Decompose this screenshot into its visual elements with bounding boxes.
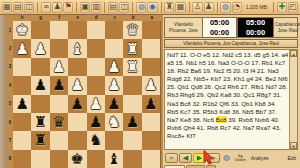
square-d5[interactable]: ♟: [87, 95, 105, 113]
world-icon[interactable]: ◍: [220, 2, 230, 13]
toolbar-separator: [76, 2, 77, 13]
square-g3[interactable]: [31, 58, 49, 76]
black-pawn-icon: ♟: [71, 95, 84, 113]
square-f2[interactable]: [50, 39, 68, 57]
toolbar-separator: [273, 2, 274, 13]
square-f8[interactable]: [50, 150, 68, 168]
window-edge-strip: [0, 15, 7, 168]
game-title: Vilardebo Picuena, Jos-Capablanca, Jose …: [183, 41, 279, 46]
pawn-icon[interactable]: ♟: [52, 2, 62, 13]
square-h4[interactable]: [13, 76, 31, 94]
square-a7[interactable]: [142, 131, 160, 149]
tab-best[interactable]: Best: [186, 165, 205, 168]
window-layout-icon[interactable]: ◰: [288, 2, 298, 13]
black-clock-main: 05:00: [238, 18, 273, 28]
toolbar-separator: [189, 2, 190, 13]
white-pawn-icon: ♟: [107, 58, 120, 76]
nav-globe-icon[interactable]: ◍: [221, 153, 232, 163]
square-f1[interactable]: [50, 21, 68, 39]
current-move[interactable]: Bc8: [216, 116, 227, 123]
black-pawn-icon: ♟: [126, 113, 139, 131]
square-h5[interactable]: ♟: [13, 95, 31, 113]
black-pawn-icon: ♟: [34, 76, 47, 94]
square-b3[interactable]: ♜: [123, 58, 141, 76]
nav-last-button[interactable]: »: [207, 153, 220, 163]
square-b6[interactable]: ♟: [123, 113, 141, 131]
white-player-name: Vilardebo Picuena, Jose: [165, 18, 202, 37]
square-c6[interactable]: ♞: [105, 113, 123, 131]
square-c7[interactable]: [105, 131, 123, 149]
white-clock: 05:00 00:00: [202, 18, 237, 37]
black-pawn-icon: ♟: [107, 95, 120, 113]
square-f4[interactable]: ♟: [50, 76, 68, 94]
square-b4[interactable]: [123, 76, 141, 94]
square-g5[interactable]: [31, 95, 49, 113]
square-b2[interactable]: ♜: [123, 39, 141, 57]
square-h6[interactable]: [13, 113, 31, 131]
edit-button[interactable]: Edit: [287, 155, 296, 161]
compass-icon[interactable]: ◔: [232, 2, 242, 13]
black-clock-secondary: 00:00: [238, 28, 273, 38]
bottom-tabs: WorldBest: [164, 165, 298, 168]
square-a6[interactable]: [142, 113, 160, 131]
square-a1[interactable]: [142, 21, 160, 39]
square-h7[interactable]: [13, 131, 31, 149]
square-e3[interactable]: [68, 58, 86, 76]
black-pawn-icon: ♟: [144, 95, 157, 113]
toolbar-separator: [132, 2, 133, 13]
square-f7[interactable]: [50, 131, 68, 149]
white-queen-icon: ♛: [126, 21, 139, 39]
white-bishop-icon: ♝: [71, 40, 84, 58]
white-pawn-icon: ♟: [107, 76, 120, 94]
move-text[interactable]: Nd7 11. O-O e5 12. Nd2 c5 13. d5 g5 14. …: [167, 51, 289, 148]
clock-panel: Vilardebo Picuena, Jose 05:00 00:00 05:0…: [164, 17, 298, 38]
square-f6[interactable]: ♛: [50, 113, 68, 131]
globe-icon[interactable]: ◍: [136, 2, 146, 13]
square-h3[interactable]: [13, 58, 31, 76]
square-d8[interactable]: [87, 150, 105, 168]
square-d4[interactable]: [87, 76, 105, 94]
white-knight-icon: ♞: [107, 113, 120, 131]
square-b7[interactable]: [123, 131, 141, 149]
black-player-name: Capablanca, Jose Raul: [274, 18, 300, 37]
square-e7[interactable]: [68, 131, 86, 149]
square-c4[interactable]: ♟: [105, 76, 123, 94]
square-d3[interactable]: [87, 58, 105, 76]
nav-next-button[interactable]: ▶: [193, 153, 206, 163]
nav-first-button[interactable]: «: [165, 153, 178, 163]
black-pawn-icon: ♟: [89, 113, 102, 131]
board-setup-icon[interactable]: ▦: [175, 2, 185, 13]
square-e6[interactable]: [68, 113, 86, 131]
navigation-bar: «◀▶»◍⇆DownAnalyzeEdit: [164, 151, 298, 164]
square-e8[interactable]: ♚: [68, 150, 86, 168]
black-pawn-icon: ♟: [52, 76, 65, 94]
moves-before[interactable]: Nd7 11. O-O e5 12. Nd2 c5 13. d5 g5 14. …: [167, 51, 288, 123]
square-c5[interactable]: ♟: [105, 95, 123, 113]
game-panel: Vilardebo Picuena, Jose 05:00 00:00 05:0…: [163, 15, 300, 168]
players-icon[interactable]: ♟: [204, 2, 214, 13]
square-g4[interactable]: ♟: [31, 76, 49, 94]
square-b8[interactable]: [123, 150, 141, 168]
square-g2[interactable]: ♟: [31, 39, 49, 57]
square-d7[interactable]: ♞: [87, 131, 105, 149]
notebook-icon[interactable]: ▤: [108, 2, 118, 13]
toolbar-separator: [161, 2, 162, 13]
square-f3[interactable]: ♟: [50, 58, 68, 76]
square-b1[interactable]: ♛: [123, 21, 141, 39]
cards-icon[interactable]: ▥: [91, 2, 101, 13]
white-pawn-icon: ♟: [89, 95, 102, 113]
player-icon[interactable]: ♙: [192, 2, 202, 13]
black-queen-icon: ♛: [52, 113, 65, 131]
square-g6[interactable]: ♜: [31, 113, 49, 131]
square-h1[interactable]: ♚: [13, 21, 31, 39]
database-size-label: 1.205 MB: [246, 4, 267, 10]
square-h2[interactable]: ♟: [13, 39, 31, 57]
white-clock-main: 05:00: [203, 18, 236, 28]
add-engine-icon[interactable]: ✚: [277, 2, 287, 13]
square-e5[interactable]: ♟: [68, 95, 86, 113]
infinite-analysis-icon[interactable]: ∞: [41, 2, 51, 13]
white-pawn-icon: ♟: [34, 40, 47, 58]
database-icon[interactable]: ◫: [119, 2, 129, 13]
black-pawn-icon: ♟: [15, 95, 28, 113]
square-b5[interactable]: [123, 95, 141, 113]
square-f5[interactable]: [50, 95, 68, 113]
white-king-icon: ♚: [15, 21, 28, 39]
tab-world[interactable]: World: [164, 165, 185, 168]
square-c3[interactable]: ♟: [105, 58, 123, 76]
move-list-scrollbar[interactable]: ▲ ▼: [289, 50, 297, 149]
square-d1[interactable]: [87, 21, 105, 39]
analyze-button[interactable]: Analyze: [251, 155, 269, 161]
down-button[interactable]: ⇆Down: [235, 153, 246, 163]
white-pawn-icon: ♟: [71, 76, 84, 94]
new-board-icon[interactable]: ▦: [2, 2, 12, 13]
down-label: Down: [235, 158, 246, 163]
scroll-up-button[interactable]: ▲: [290, 50, 297, 57]
black-rook-icon: ♜: [34, 113, 47, 131]
square-d6[interactable]: ♟: [87, 113, 105, 131]
rook-icon[interactable]: ♜: [164, 2, 174, 13]
white-pawn-icon: ♟: [52, 58, 65, 76]
toolbar-separator: [217, 2, 218, 13]
black-knight-icon: ♞: [89, 131, 102, 149]
white-pawn-icon: ♟: [144, 76, 157, 94]
chess-app-window: ▦▤◫∞♟⚑▣▥▤◫◍◉♜▦♙♟◍◔1.205 MB✚◰ hgfedcba 12…: [0, 0, 300, 168]
square-e4[interactable]: ♟: [68, 76, 86, 94]
square-e2[interactable]: ♝: [68, 39, 86, 57]
white-rook-icon: ♜: [126, 58, 139, 76]
square-g8[interactable]: [31, 150, 49, 168]
monitor-icon[interactable]: ▣: [80, 2, 90, 13]
square-g7[interactable]: ♜: [31, 131, 49, 149]
scroll-down-button[interactable]: ▼: [290, 142, 297, 149]
white-rook-icon: ♜: [126, 40, 139, 58]
square-a4[interactable]: ♟: [142, 76, 160, 94]
tab-extra-2[interactable]: [206, 165, 216, 168]
square-c1[interactable]: [105, 21, 123, 39]
square-g1[interactable]: [31, 21, 49, 39]
square-a2[interactable]: [142, 39, 160, 57]
square-a5[interactable]: ♟: [142, 95, 160, 113]
white-pawn-icon: ♟: [15, 40, 28, 58]
globe-link-icon[interactable]: ◉: [147, 2, 157, 13]
toolbar-separator: [104, 2, 105, 13]
game-title-bar: Vilardebo Picuena, Jos-Capablanca, Jose …: [164, 39, 298, 48]
square-h8[interactable]: [13, 150, 31, 168]
chess-board[interactable]: ♚♛♟♟♝♜♟♟♜♟♟♟♟♟♟♟♟♟♟♜♛♟♞♟♜♞♚♝: [13, 21, 161, 168]
toolbar-separator: [37, 2, 38, 13]
chess-board-panel: hgfedcba 12345678 ♚♛♟♟♝♜♟♟♜♟♟♟♟♟♟♟♟♟♟♜♛♟…: [7, 15, 163, 168]
white-clock-secondary: 00:00: [203, 28, 236, 38]
black-king-icon: ♚: [71, 150, 84, 168]
square-e1[interactable]: [68, 21, 86, 39]
square-a3[interactable]: [142, 58, 160, 76]
square-a8[interactable]: [142, 150, 160, 168]
square-d2[interactable]: [87, 39, 105, 57]
square-c8[interactable]: ♝: [105, 150, 123, 168]
save-icon[interactable]: ◫: [24, 2, 34, 13]
nav-prev-button[interactable]: ◀: [179, 153, 192, 163]
flag-icon[interactable]: ⚑: [63, 2, 73, 13]
open-folder-icon[interactable]: ▤: [13, 2, 23, 13]
move-list[interactable]: Nd7 11. O-O e5 12. Nd2 c5 13. d5 g5 14. …: [164, 49, 298, 150]
black-clock: 05:00 00:00: [237, 18, 274, 37]
black-bishop-icon: ♝: [107, 150, 120, 168]
main-toolbar: ▦▤◫∞♟⚑▣▥▤◫◍◉♜▦♙♟◍◔1.205 MB✚◰: [0, 0, 300, 15]
square-c2[interactable]: [105, 39, 123, 57]
black-rook-icon: ♜: [34, 131, 47, 149]
